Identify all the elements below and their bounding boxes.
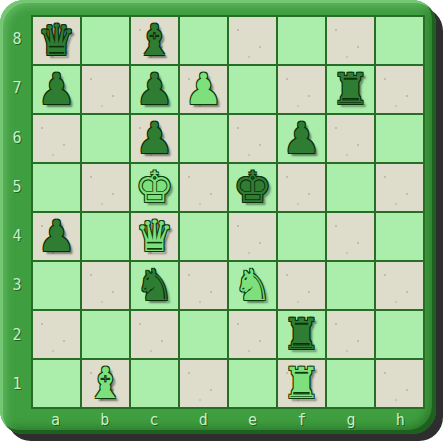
square-c8[interactable]: ♝ <box>131 17 178 64</box>
square-f2[interactable]: ♜ <box>278 311 325 358</box>
square-a1[interactable] <box>33 360 80 407</box>
square-h3[interactable] <box>376 262 423 309</box>
piece-black-pawn[interactable]: ♟ <box>131 115 178 162</box>
square-d1[interactable] <box>180 360 227 407</box>
rank-label-2: 2 <box>6 311 28 360</box>
square-g6[interactable] <box>327 115 374 162</box>
rank-label-5: 5 <box>6 163 28 212</box>
piece-white-knight[interactable]: ♞ <box>229 262 276 309</box>
piece-black-rook[interactable]: ♜ <box>278 311 325 358</box>
square-b4[interactable] <box>82 213 129 260</box>
square-a8[interactable]: ♛ <box>33 17 80 64</box>
square-a6[interactable] <box>33 115 80 162</box>
square-c5[interactable]: ♚ <box>131 164 178 211</box>
square-f5[interactable] <box>278 164 325 211</box>
file-label-f: f <box>277 410 326 432</box>
piece-black-king[interactable]: ♚ <box>229 164 276 211</box>
square-h2[interactable] <box>376 311 423 358</box>
square-d4[interactable] <box>180 213 227 260</box>
square-b2[interactable] <box>82 311 129 358</box>
square-c3[interactable]: ♞ <box>131 262 178 309</box>
square-e6[interactable] <box>229 115 276 162</box>
square-d2[interactable] <box>180 311 227 358</box>
square-d8[interactable] <box>180 17 227 64</box>
file-label-b: b <box>80 410 129 432</box>
square-g4[interactable] <box>327 213 374 260</box>
piece-white-bishop[interactable]: ♝ <box>82 360 129 407</box>
square-f1[interactable]: ♜ <box>278 360 325 407</box>
square-d7[interactable]: ♟ <box>180 66 227 113</box>
square-a2[interactable] <box>33 311 80 358</box>
square-f3[interactable] <box>278 262 325 309</box>
piece-black-queen[interactable]: ♛ <box>33 17 80 64</box>
square-f7[interactable] <box>278 66 325 113</box>
square-f8[interactable] <box>278 17 325 64</box>
square-h6[interactable] <box>376 115 423 162</box>
square-c6[interactable]: ♟ <box>131 115 178 162</box>
square-g8[interactable] <box>327 17 374 64</box>
square-c4[interactable]: ♛ <box>131 213 178 260</box>
square-g2[interactable] <box>327 311 374 358</box>
file-label-d: d <box>179 410 228 432</box>
square-b6[interactable] <box>82 115 129 162</box>
file-label-a: a <box>31 410 80 432</box>
square-h8[interactable] <box>376 17 423 64</box>
square-e8[interactable] <box>229 17 276 64</box>
square-f6[interactable]: ♟ <box>278 115 325 162</box>
square-g3[interactable] <box>327 262 374 309</box>
square-b1[interactable]: ♝ <box>82 360 129 407</box>
rank-label-4: 4 <box>6 212 28 261</box>
square-d3[interactable] <box>180 262 227 309</box>
file-label-h: h <box>376 410 425 432</box>
square-a3[interactable] <box>33 262 80 309</box>
rank-label-3: 3 <box>6 261 28 310</box>
square-b3[interactable] <box>82 262 129 309</box>
square-c2[interactable] <box>131 311 178 358</box>
piece-black-rook[interactable]: ♜ <box>327 66 374 113</box>
square-d6[interactable] <box>180 115 227 162</box>
square-e5[interactable]: ♚ <box>229 164 276 211</box>
rank-label-8: 8 <box>6 15 28 64</box>
piece-black-pawn[interactable]: ♟ <box>33 213 80 260</box>
piece-white-king[interactable]: ♚ <box>131 164 178 211</box>
square-g1[interactable] <box>327 360 374 407</box>
square-e4[interactable] <box>229 213 276 260</box>
board-frame: ♛♝♟♟♟♜♟♟♚♚♟♛♞♞♜♝♜ 87654321 abcdefgh <box>0 0 436 434</box>
square-d5[interactable] <box>180 164 227 211</box>
square-e2[interactable] <box>229 311 276 358</box>
piece-black-pawn[interactable]: ♟ <box>33 66 80 113</box>
piece-black-knight[interactable]: ♞ <box>131 262 178 309</box>
rank-label-6: 6 <box>6 114 28 163</box>
piece-black-pawn[interactable]: ♟ <box>131 66 178 113</box>
file-label-c: c <box>130 410 179 432</box>
square-g7[interactable]: ♜ <box>327 66 374 113</box>
square-g5[interactable] <box>327 164 374 211</box>
square-e3[interactable]: ♞ <box>229 262 276 309</box>
square-h1[interactable] <box>376 360 423 407</box>
square-f4[interactable] <box>278 213 325 260</box>
piece-black-pawn[interactable]: ♟ <box>278 115 325 162</box>
square-b7[interactable] <box>82 66 129 113</box>
square-e1[interactable] <box>229 360 276 407</box>
square-a4[interactable]: ♟ <box>33 213 80 260</box>
square-e7[interactable] <box>229 66 276 113</box>
square-a7[interactable]: ♟ <box>33 66 80 113</box>
piece-white-queen[interactable]: ♛ <box>131 213 178 260</box>
square-b8[interactable] <box>82 17 129 64</box>
rank-label-7: 7 <box>6 64 28 113</box>
piece-black-bishop[interactable]: ♝ <box>131 17 178 64</box>
square-h5[interactable] <box>376 164 423 211</box>
square-h4[interactable] <box>376 213 423 260</box>
file-label-e: e <box>228 410 277 432</box>
file-label-g: g <box>327 410 376 432</box>
square-c1[interactable] <box>131 360 178 407</box>
square-a5[interactable] <box>33 164 80 211</box>
square-b5[interactable] <box>82 164 129 211</box>
square-h7[interactable] <box>376 66 423 113</box>
square-c7[interactable]: ♟ <box>131 66 178 113</box>
piece-white-pawn[interactable]: ♟ <box>180 66 227 113</box>
piece-white-rook[interactable]: ♜ <box>278 360 325 407</box>
chess-board: ♛♝♟♟♟♜♟♟♚♚♟♛♞♞♜♝♜ <box>31 15 425 409</box>
rank-label-1: 1 <box>6 360 28 409</box>
chess-board-window: ♛♝♟♟♟♜♟♟♚♚♟♛♞♞♜♝♜ 87654321 abcdefgh <box>0 0 444 442</box>
